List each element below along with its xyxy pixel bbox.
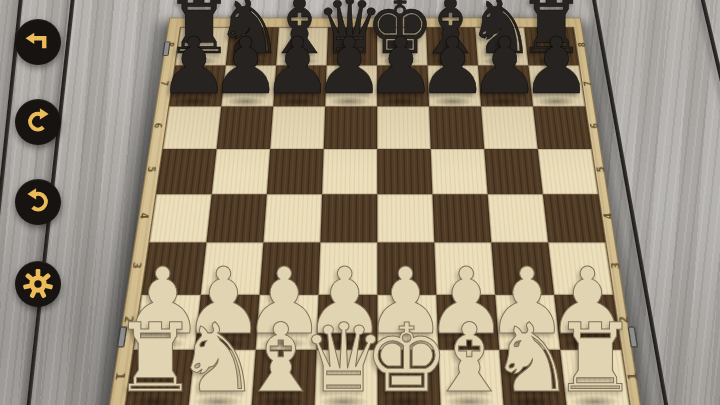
- piece-white-rook-h1[interactable]: ♜: [552, 311, 637, 405]
- square-b4[interactable]: [206, 194, 266, 242]
- square-e5[interactable]: [377, 149, 432, 194]
- gear-icon: [22, 268, 54, 300]
- square-e6[interactable]: [377, 106, 431, 149]
- square-a5[interactable]: [156, 149, 216, 194]
- square-h4[interactable]: [543, 194, 605, 242]
- square-f5[interactable]: [431, 149, 488, 194]
- square-g5[interactable]: [484, 149, 543, 194]
- square-b5[interactable]: [212, 149, 270, 194]
- square-d4[interactable]: [320, 194, 377, 242]
- plank-seam: [698, 0, 720, 405]
- square-c6[interactable]: [270, 106, 325, 149]
- square-g6[interactable]: [481, 106, 538, 149]
- square-a6[interactable]: [163, 106, 221, 149]
- square-h5[interactable]: [538, 149, 598, 194]
- rank-label-left-4: 4: [136, 210, 152, 222]
- counterclockwise-arrow-icon: [23, 187, 53, 217]
- rank-label-left-6: 6: [151, 120, 166, 131]
- rank-label-right-5: 5: [593, 164, 608, 175]
- undo-button[interactable]: [15, 179, 61, 225]
- square-c4[interactable]: [263, 194, 322, 242]
- clockwise-arrow-icon: [23, 107, 53, 137]
- rank-label-left-5: 5: [144, 164, 159, 175]
- restart-button[interactable]: [15, 99, 61, 145]
- square-c5[interactable]: [267, 149, 324, 194]
- back-arrow-icon: [23, 27, 53, 57]
- square-f4[interactable]: [432, 194, 491, 242]
- rank-label-right-6: 6: [587, 120, 602, 131]
- square-h6[interactable]: [533, 106, 591, 149]
- square-g4[interactable]: [488, 194, 549, 242]
- square-d5[interactable]: [322, 149, 377, 194]
- piece-black-pawn-h7[interactable]: ♟: [521, 27, 591, 105]
- back-button[interactable]: [15, 19, 61, 65]
- square-f6[interactable]: [429, 106, 484, 149]
- settings-button[interactable]: [15, 261, 61, 307]
- square-b6[interactable]: [217, 106, 274, 149]
- square-e4[interactable]: [377, 194, 434, 242]
- rank-label-right-4: 4: [600, 210, 616, 222]
- square-d6[interactable]: [324, 106, 378, 149]
- square-a4[interactable]: [149, 194, 211, 242]
